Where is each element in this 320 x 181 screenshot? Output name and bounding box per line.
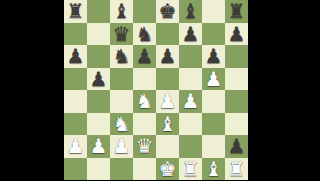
square-h3[interactable] bbox=[225, 113, 248, 136]
white-rook: ♜ bbox=[182, 158, 200, 181]
square-e1[interactable]: ♚ bbox=[156, 158, 179, 181]
black-bishop: ♝ bbox=[113, 0, 131, 23]
square-d1[interactable] bbox=[133, 158, 156, 181]
square-g5[interactable]: ♟ bbox=[202, 68, 225, 91]
black-pawn: ♟ bbox=[67, 45, 85, 68]
square-c5[interactable] bbox=[110, 68, 133, 91]
square-b1[interactable] bbox=[87, 158, 110, 181]
white-pawn: ♟ bbox=[159, 90, 177, 113]
square-d6[interactable]: ♟ bbox=[133, 45, 156, 68]
square-a1[interactable] bbox=[64, 158, 87, 181]
white-bishop: ♝ bbox=[159, 113, 177, 136]
white-queen: ♛ bbox=[136, 135, 154, 158]
white-pawn: ♟ bbox=[113, 135, 131, 158]
square-d3[interactable] bbox=[133, 113, 156, 136]
square-h4[interactable] bbox=[225, 90, 248, 113]
square-f5[interactable] bbox=[179, 68, 202, 91]
square-h2[interactable]: ♟ bbox=[225, 135, 248, 158]
black-pawn: ♟ bbox=[228, 135, 246, 158]
square-b5[interactable]: ♟ bbox=[87, 68, 110, 91]
square-b8[interactable] bbox=[87, 0, 110, 23]
square-c2[interactable]: ♟ bbox=[110, 135, 133, 158]
square-h7[interactable]: ♟ bbox=[225, 23, 248, 46]
square-d5[interactable] bbox=[133, 68, 156, 91]
square-b2[interactable]: ♟ bbox=[87, 135, 110, 158]
square-e4[interactable]: ♟ bbox=[156, 90, 179, 113]
square-b4[interactable] bbox=[87, 90, 110, 113]
square-h1[interactable]: ♜ bbox=[225, 158, 248, 181]
black-pawn: ♟ bbox=[136, 45, 154, 68]
square-c3[interactable]: ♞ bbox=[110, 113, 133, 136]
white-rook: ♜ bbox=[228, 158, 246, 181]
square-a3[interactable] bbox=[64, 113, 87, 136]
square-c6[interactable]: ♞ bbox=[110, 45, 133, 68]
chess-board: ♜♝♚♝♜♛♞♟♟♟♞♟♟♟♟♟♞♟♟♞♝♟♟♟♛♟♚♜♝♜ bbox=[64, 0, 248, 180]
white-pawn: ♟ bbox=[205, 68, 223, 91]
square-e6[interactable]: ♟ bbox=[156, 45, 179, 68]
square-d7[interactable]: ♞ bbox=[133, 23, 156, 46]
letterbox-right bbox=[248, 0, 320, 180]
square-f8[interactable]: ♝ bbox=[179, 0, 202, 23]
square-b3[interactable] bbox=[87, 113, 110, 136]
square-h5[interactable] bbox=[225, 68, 248, 91]
white-knight: ♞ bbox=[136, 90, 154, 113]
black-knight: ♞ bbox=[113, 45, 131, 68]
black-pawn: ♟ bbox=[159, 45, 177, 68]
black-queen: ♛ bbox=[113, 23, 131, 46]
square-h6[interactable] bbox=[225, 45, 248, 68]
square-h8[interactable]: ♜ bbox=[225, 0, 248, 23]
black-bishop: ♝ bbox=[182, 0, 200, 23]
square-a7[interactable] bbox=[64, 23, 87, 46]
square-g8[interactable] bbox=[202, 0, 225, 23]
white-king: ♚ bbox=[159, 158, 177, 181]
white-pawn: ♟ bbox=[90, 135, 108, 158]
letterbox-left bbox=[0, 0, 64, 180]
white-bishop: ♝ bbox=[205, 158, 223, 181]
square-e5[interactable] bbox=[156, 68, 179, 91]
white-knight: ♞ bbox=[113, 113, 131, 136]
square-e3[interactable]: ♝ bbox=[156, 113, 179, 136]
video-thumbnail-canvas: ♜♝♚♝♜♛♞♟♟♟♞♟♟♟♟♟♞♟♟♞♝♟♟♟♛♟♚♜♝♜ bbox=[0, 0, 320, 180]
black-pawn: ♟ bbox=[205, 45, 223, 68]
square-g3[interactable] bbox=[202, 113, 225, 136]
square-a4[interactable] bbox=[64, 90, 87, 113]
square-g1[interactable]: ♝ bbox=[202, 158, 225, 181]
square-g2[interactable] bbox=[202, 135, 225, 158]
square-g4[interactable] bbox=[202, 90, 225, 113]
square-e7[interactable] bbox=[156, 23, 179, 46]
square-c8[interactable]: ♝ bbox=[110, 0, 133, 23]
square-f4[interactable]: ♟ bbox=[179, 90, 202, 113]
square-a8[interactable]: ♜ bbox=[64, 0, 87, 23]
square-c1[interactable] bbox=[110, 158, 133, 181]
white-pawn: ♟ bbox=[182, 90, 200, 113]
square-c4[interactable] bbox=[110, 90, 133, 113]
black-knight: ♞ bbox=[136, 23, 154, 46]
square-g6[interactable]: ♟ bbox=[202, 45, 225, 68]
square-c7[interactable]: ♛ bbox=[110, 23, 133, 46]
square-b6[interactable] bbox=[87, 45, 110, 68]
square-f2[interactable] bbox=[179, 135, 202, 158]
white-pawn: ♟ bbox=[67, 135, 85, 158]
square-d4[interactable]: ♞ bbox=[133, 90, 156, 113]
square-g7[interactable] bbox=[202, 23, 225, 46]
square-b7[interactable] bbox=[87, 23, 110, 46]
square-f6[interactable] bbox=[179, 45, 202, 68]
black-rook: ♜ bbox=[67, 0, 85, 23]
black-pawn: ♟ bbox=[90, 68, 108, 91]
square-f7[interactable]: ♟ bbox=[179, 23, 202, 46]
square-f3[interactable] bbox=[179, 113, 202, 136]
black-rook: ♜ bbox=[228, 0, 246, 23]
black-pawn: ♟ bbox=[228, 23, 246, 46]
square-a5[interactable] bbox=[64, 68, 87, 91]
square-e2[interactable] bbox=[156, 135, 179, 158]
black-king: ♚ bbox=[159, 0, 177, 23]
square-d2[interactable]: ♛ bbox=[133, 135, 156, 158]
black-pawn: ♟ bbox=[182, 23, 200, 46]
square-e8[interactable]: ♚ bbox=[156, 0, 179, 23]
square-a6[interactable]: ♟ bbox=[64, 45, 87, 68]
square-a2[interactable]: ♟ bbox=[64, 135, 87, 158]
square-f1[interactable]: ♜ bbox=[179, 158, 202, 181]
square-d8[interactable] bbox=[133, 0, 156, 23]
